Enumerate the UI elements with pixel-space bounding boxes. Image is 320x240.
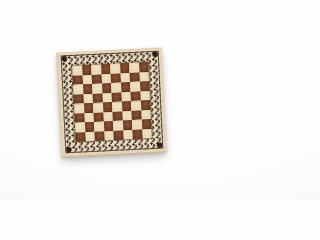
square-g7 (130, 72, 140, 82)
square-d7 (101, 74, 111, 84)
square-e5 (112, 92, 122, 102)
square-e7 (111, 73, 121, 83)
square-g5 (130, 91, 140, 101)
chess-board: abcdefgh abcdefgh 87654321 87654321 (56, 47, 166, 157)
square-f7 (120, 73, 130, 83)
file-label: f (123, 139, 133, 143)
square-g2 (132, 120, 142, 130)
square-a2 (75, 122, 85, 132)
square-f6 (121, 82, 131, 92)
square-d6 (102, 83, 112, 93)
rank-label: 6 (149, 81, 153, 91)
square-e3 (112, 111, 122, 121)
square-d8 (101, 64, 111, 74)
square-g6 (130, 82, 140, 92)
square-b2 (84, 122, 94, 132)
square-f5 (121, 92, 131, 102)
rank-label: 2 (151, 119, 155, 129)
square-b4 (84, 103, 94, 113)
square-f2 (122, 120, 132, 130)
square-d1 (104, 130, 114, 140)
square-h8 (139, 62, 149, 72)
square-c8 (91, 64, 101, 74)
rank-label: 5 (149, 90, 153, 100)
rank-label: 7 (149, 71, 153, 81)
square-a5 (74, 94, 84, 104)
square-h2 (141, 119, 151, 129)
square-h4 (140, 100, 150, 110)
file-label: b (85, 141, 95, 145)
rank-label: 1 (151, 128, 155, 138)
square-h3 (141, 110, 151, 120)
file-label: e (114, 139, 124, 143)
square-g1 (132, 129, 142, 139)
square-b5 (83, 93, 93, 103)
square-g4 (131, 101, 141, 111)
square-c1 (94, 131, 104, 141)
square-e1 (113, 130, 123, 140)
file-label: h (142, 138, 152, 142)
file-label: d (104, 140, 114, 144)
square-c3 (93, 112, 103, 122)
square-g3 (131, 110, 141, 120)
ornament-corner-motif (65, 146, 72, 153)
square-d5 (102, 92, 112, 102)
square-f4 (121, 101, 131, 111)
square-f3 (122, 111, 132, 121)
ornament-corner-motif (61, 55, 68, 62)
square-a7 (73, 75, 83, 85)
square-b3 (84, 112, 94, 122)
square-d3 (103, 111, 113, 121)
rank-label: 3 (150, 109, 154, 119)
square-h6 (140, 81, 150, 91)
square-g8 (129, 63, 139, 73)
ornament-corner-motif (156, 142, 163, 149)
square-c6 (92, 83, 102, 93)
square-a1 (75, 132, 85, 142)
photo-background: abcdefgh abcdefgh 87654321 87654321 (0, 0, 220, 200)
square-a3 (74, 113, 84, 123)
square-f8 (120, 63, 130, 73)
square-e4 (112, 102, 122, 112)
square-f1 (123, 130, 133, 140)
file-label: c (95, 140, 105, 144)
square-c7 (92, 74, 102, 84)
square-h1 (142, 129, 152, 139)
square-a4 (74, 103, 84, 113)
file-label: a (76, 141, 86, 145)
square-e8 (110, 64, 120, 74)
square-d2 (103, 121, 113, 131)
square-b8 (82, 65, 92, 75)
square-e6 (111, 83, 121, 93)
square-a6 (73, 84, 83, 94)
square-b6 (83, 84, 93, 94)
square-b7 (82, 74, 92, 84)
square-a8 (72, 65, 82, 75)
square-c5 (93, 93, 103, 103)
square-e2 (113, 120, 123, 130)
square-d4 (102, 102, 112, 112)
file-label: g (133, 139, 143, 143)
rank-label: 8 (148, 62, 152, 72)
rank-label: 4 (150, 100, 154, 110)
ornament-corner-motif (152, 51, 159, 58)
square-c2 (94, 121, 104, 131)
square-h7 (139, 72, 149, 82)
square-c4 (93, 102, 103, 112)
square-b1 (85, 131, 95, 141)
square-h5 (140, 91, 150, 101)
